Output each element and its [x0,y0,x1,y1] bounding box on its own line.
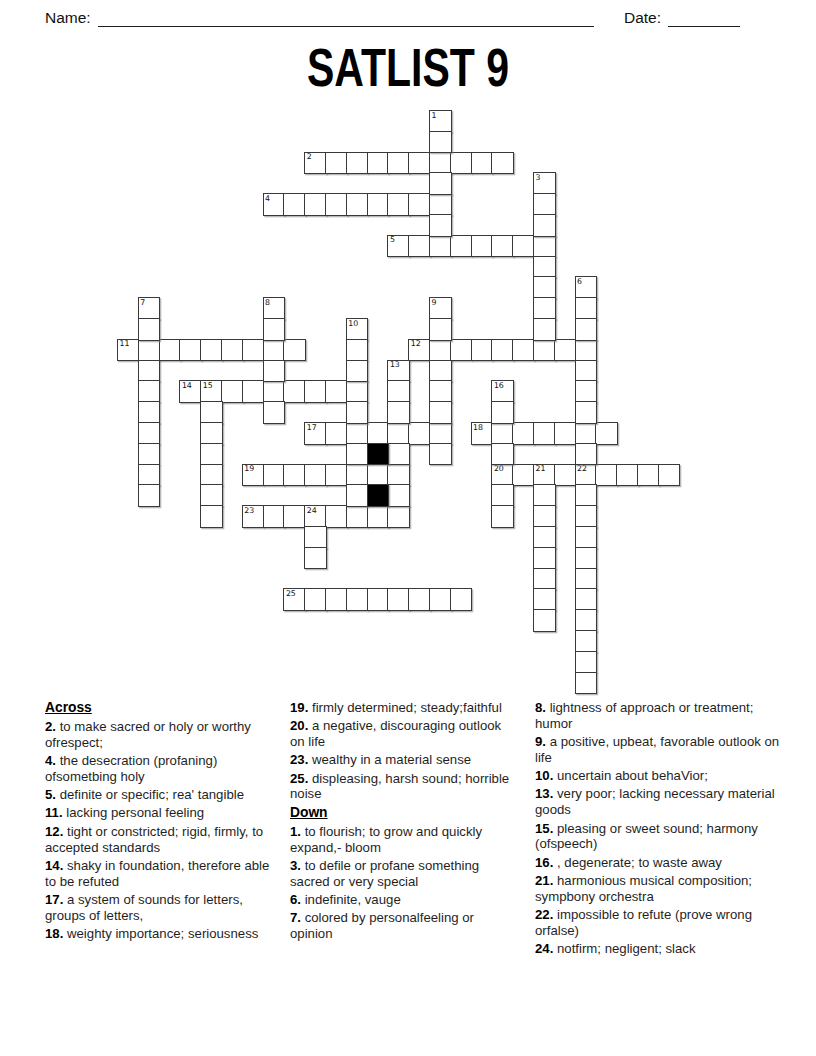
grid-cell[interactable] [491,339,514,362]
grid-cell[interactable]: 4 [263,193,286,216]
grid-cell[interactable] [533,318,556,341]
grid-cell[interactable] [346,588,369,611]
grid-cell[interactable] [595,422,618,445]
grid-cell[interactable] [575,484,598,507]
clue-17-across: 17. a system of sounds for letters, grou… [45,892,273,924]
grid-cell[interactable] [263,505,286,528]
grid-cell[interactable] [179,339,202,362]
grid-cell[interactable] [138,443,161,466]
grid-cell[interactable] [346,484,369,507]
grid-cell[interactable] [263,401,286,424]
grid-cell[interactable] [387,380,410,403]
grid-cell[interactable] [533,193,556,216]
grid-cell[interactable] [429,152,452,175]
grid-cell[interactable] [346,152,369,175]
grid-cell[interactable]: 2 [304,152,327,175]
grid-cell[interactable] [429,214,452,237]
grid-cell[interactable] [159,339,182,362]
grid-cell[interactable] [575,630,598,653]
grid-cell[interactable]: 23 [242,505,265,528]
grid-cell[interactable] [450,152,473,175]
grid-cell[interactable] [533,588,556,611]
grid-cell[interactable] [367,505,390,528]
clue-8-down: 8. lightness of approach or treatment; h… [535,700,791,732]
grid-cell[interactable] [200,505,223,528]
grid-cell[interactable] [491,484,514,507]
grid-cell[interactable]: 6 [575,276,598,299]
grid-cell[interactable] [200,422,223,445]
grid-cell[interactable] [387,193,410,216]
grid-cell[interactable] [429,131,452,154]
grid-cell[interactable] [325,380,348,403]
grid-cell[interactable]: 17 [304,422,327,445]
clue-23-across: 23. wealthy in a material sense [290,752,518,768]
grid-cell[interactable]: 22 [575,464,598,487]
name-label: Name: [45,9,91,27]
grid-cell[interactable] [491,152,514,175]
worksheet-page: Name: Date: SATLIST 9 245111214151718192… [0,0,816,1056]
clue-11-across: 11. lacking personal feeling [45,805,273,821]
grid-cell[interactable]: 15 [200,380,223,403]
grid-cell[interactable] [429,360,452,383]
grid-cell[interactable] [575,443,598,466]
grid-cell[interactable] [200,443,223,466]
clue-9-down: 9. a positive, upbeat, favorable outlook… [535,734,791,766]
grid-cell[interactable]: 5 [387,235,410,258]
grid-cell[interactable] [387,152,410,175]
grid-cell[interactable] [471,152,494,175]
grid-cell[interactable]: 3 [533,172,556,195]
grid-cell[interactable] [346,339,369,362]
cell-number: 18 [473,424,483,432]
grid-cell[interactable] [491,401,514,424]
grid-cell[interactable] [575,505,598,528]
cell-number: 10 [348,320,358,328]
puzzle-title: SATLIST 9 [73,36,742,99]
grid-cell[interactable] [533,526,556,549]
grid-cell[interactable]: 10 [346,318,369,341]
grid-cell[interactable] [471,235,494,258]
grid-cell[interactable] [533,235,556,258]
grid-cell[interactable] [533,422,556,445]
grid-cell[interactable] [304,193,327,216]
grid-cell[interactable]: 11 [117,339,140,362]
grid-cell[interactable] [346,505,369,528]
grid-cell[interactable] [387,422,410,445]
grid-cell[interactable] [283,339,306,362]
grid-cell[interactable] [367,464,390,487]
clue-7-down: 7. colored by personalfeeling or opinion [290,910,518,942]
grid-cell[interactable]: 16 [491,380,514,403]
grid-cell[interactable] [138,339,161,362]
grid-cell[interactable] [575,547,598,570]
grid-cell[interactable] [575,672,598,695]
grid-cell[interactable] [575,401,598,424]
clue-22-down: 22. impossible to refute (prove wrong or… [535,907,791,939]
grid-cell[interactable]: 12 [408,339,431,362]
grid-cell[interactable] [429,339,452,362]
grid-cell[interactable] [325,152,348,175]
grid-cell[interactable] [429,193,452,216]
grid-cell[interactable] [429,235,452,258]
grid-cell[interactable] [429,318,452,341]
cell-number: 20 [494,465,504,473]
grid-cell[interactable] [512,422,535,445]
grid-cell[interactable]: 18 [471,422,494,445]
down-heading: Down [290,805,518,821]
cell-number: 22 [577,465,587,473]
grid-cell[interactable] [367,193,390,216]
grid-cell[interactable] [429,172,452,195]
grid-cell[interactable]: 9 [429,297,452,320]
cell-number: 8 [265,299,270,307]
cell-number: 16 [494,382,504,390]
grid-cell[interactable] [304,588,327,611]
grid-cell[interactable]: 20 [491,464,514,487]
grid-cell[interactable] [658,464,681,487]
grid-cell[interactable]: 25 [283,588,306,611]
grid-cell[interactable] [408,422,431,445]
date-label: Date: [624,9,661,27]
grid-cell[interactable] [408,152,431,175]
black-cell [367,484,390,507]
grid-cell[interactable] [138,318,161,341]
cell-number: 4 [265,195,270,203]
cell-number: 5 [390,236,395,244]
clue-5-across: 5. definite or specific; rea' tangible [45,787,273,803]
cell-number: 15 [203,382,213,390]
grid-cell[interactable] [450,339,473,362]
grid-cell[interactable] [575,318,598,341]
grid-cell[interactable] [387,464,410,487]
grid-cell[interactable] [533,609,556,632]
grid-cell[interactable] [533,547,556,570]
clue-1-down: 1. to flourish; to grow and quickly expa… [290,824,518,856]
grid-cell[interactable] [283,380,306,403]
grid-cell[interactable] [575,651,598,674]
grid-cell[interactable] [283,505,306,528]
grid-cell[interactable] [200,401,223,424]
grid-cell[interactable] [346,422,369,445]
clues-column-1: Across2. to make sacred or holy or worth… [45,700,273,944]
cell-number: 25 [286,590,296,598]
grid-cell[interactable] [408,588,431,611]
grid-cell[interactable] [138,401,161,424]
grid-cell[interactable] [575,568,598,591]
grid-cell[interactable] [429,380,452,403]
cell-number: 1 [432,112,437,120]
cell-number: 17 [307,424,317,432]
cell-number: 7 [140,299,145,307]
grid-cell[interactable] [304,526,327,549]
grid-cell[interactable]: 24 [304,505,327,528]
clue-21-down: 21. harmonious musical composition; symp… [535,873,791,905]
grid-cell[interactable] [533,276,556,299]
grid-cell[interactable] [138,380,161,403]
grid-cell[interactable] [304,380,327,403]
clue-15-down: 15. pleasing or sweet sound; harmony (of… [535,821,791,853]
grid-cell[interactable] [304,464,327,487]
grid-cell[interactable] [242,339,265,362]
grid-cell[interactable] [575,360,598,383]
grid-cell[interactable]: 19 [242,464,265,487]
grid-cell[interactable] [491,443,514,466]
grid-cell[interactable] [450,588,473,611]
grid-cell[interactable] [450,235,473,258]
grid-cell[interactable] [304,547,327,570]
cell-number: 19 [244,465,254,473]
cell-number: 11 [120,340,130,348]
grid-cell[interactable] [200,339,223,362]
clue-25-across: 25. displeasing, harsh sound; horrible n… [290,771,518,803]
cell-number: 2 [307,153,312,161]
grid-cell[interactable] [533,214,556,237]
grid-cell[interactable] [325,464,348,487]
grid-cell[interactable] [367,422,390,445]
grid-cell[interactable] [325,588,348,611]
grid-cell[interactable] [533,568,556,591]
grid-cell[interactable] [533,256,556,279]
grid-cell[interactable] [491,505,514,528]
grid-cell[interactable] [200,464,223,487]
clue-14-across: 14. shaky in foundation, therefore able … [45,858,273,890]
grid-cell[interactable] [346,380,369,403]
clue-2-across: 2. to make sacred or holy or worthy ofre… [45,719,273,751]
grid-cell[interactable] [263,464,286,487]
grid-cell[interactable] [512,339,535,362]
grid-cell[interactable] [429,422,452,445]
grid-cell[interactable] [595,464,618,487]
clue-4-across: 4. the desecration (profaning) ofsometbi… [45,753,273,785]
grid-cell[interactable] [575,339,598,362]
grid-cell[interactable] [200,484,223,507]
grid-cell[interactable] [367,588,390,611]
clue-3-down: 3. to defile or profane something sacred… [290,858,518,890]
grid-cell[interactable]: 8 [263,297,286,320]
grid-cell[interactable] [138,422,161,445]
across-heading: Across [45,700,273,716]
clues-column-2: 19. firmly determined; steady;faithful20… [290,700,518,944]
clues-section: Across2. to make sacred or holy or worth… [45,700,805,959]
grid-cell[interactable] [512,235,535,258]
black-cell [367,443,390,466]
date-blank-line [668,11,740,27]
cell-number: 6 [577,278,582,286]
clue-16-down: 16. , degenerate; to waste away [535,855,791,871]
grid-cell[interactable] [387,443,410,466]
grid-cell[interactable] [387,484,410,507]
grid-cell[interactable] [346,193,369,216]
grid-cell[interactable] [325,422,348,445]
grid-cell[interactable] [491,422,514,445]
grid-cell[interactable] [367,152,390,175]
grid-cell[interactable] [554,339,577,362]
grid-cell[interactable] [408,193,431,216]
grid-cell[interactable] [575,297,598,320]
grid-cell[interactable] [346,464,369,487]
clue-12-across: 12. tight or constricted; rigid, firmly,… [45,824,273,856]
grid-cell[interactable]: 7 [138,297,161,320]
grid-cell[interactable] [221,380,244,403]
clue-20-across: 20. a negative, discouraging outlook on … [290,718,518,750]
grid-cell[interactable] [637,464,660,487]
grid-cell[interactable]: 13 [387,360,410,383]
grid-cell[interactable] [263,339,286,362]
grid-cell[interactable] [575,422,598,445]
grid-cell[interactable] [263,318,286,341]
clue-13-down: 13. very poor; lacking necessary materia… [535,786,791,818]
clue-18-across: 18. weighty importance; seriousness [45,926,273,942]
grid-cell[interactable] [575,526,598,549]
grid-cell[interactable] [283,193,306,216]
grid-cell[interactable] [429,401,452,424]
grid-cell[interactable] [242,380,265,403]
clue-10-down: 10. uncertain about behaVior; [535,768,791,784]
grid-cell[interactable] [325,505,348,528]
grid-cell[interactable] [533,339,556,362]
clue-24-down: 24. notfirm; negligent; slack [535,941,791,957]
header: Name: Date: [45,5,740,27]
cell-number: 23 [244,507,254,515]
crossword-grid: 2451112141517181920212223242513678910131… [117,110,683,696]
clues-column-3: 8. lightness of approach or treatment; h… [535,700,791,959]
grid-cell[interactable] [533,505,556,528]
cell-number: 12 [411,340,421,348]
clue-6-down: 6. indefinite, vauge [290,892,518,908]
grid-cell[interactable] [616,464,639,487]
grid-cell[interactable] [138,484,161,507]
grid-cell[interactable] [471,339,494,362]
grid-cell[interactable] [387,588,410,611]
grid-cell[interactable] [387,401,410,424]
cell-number: 13 [390,361,400,369]
grid-cell[interactable] [575,588,598,611]
grid-cell[interactable] [263,360,286,383]
grid-cell[interactable] [554,422,577,445]
grid-cell[interactable] [408,235,431,258]
name-blank-line [98,11,594,27]
grid-cell[interactable] [283,464,306,487]
grid-cell[interactable] [387,505,410,528]
grid-cell[interactable]: 14 [179,380,202,403]
grid-cell[interactable] [221,339,244,362]
grid-cell[interactable] [575,609,598,632]
grid-cell[interactable] [512,464,535,487]
grid-cell[interactable] [575,380,598,403]
grid-cell[interactable] [554,464,577,487]
grid-cell[interactable] [263,380,286,403]
grid-cell[interactable] [346,401,369,424]
grid-cell[interactable] [429,588,452,611]
grid-cell[interactable] [491,235,514,258]
grid-cell[interactable] [138,464,161,487]
cell-number: 3 [536,174,541,182]
grid-cell[interactable]: 1 [429,110,452,133]
grid-cell[interactable] [533,297,556,320]
grid-cell[interactable]: 21 [533,464,556,487]
grid-cell[interactable] [346,360,369,383]
clue-19-across: 19. firmly determined; steady;faithful [290,700,518,716]
grid-cell[interactable] [138,360,161,383]
grid-cell[interactable] [533,484,556,507]
cell-number: 21 [536,465,546,473]
grid-cell[interactable] [346,443,369,466]
cell-number: 14 [182,382,192,390]
grid-cell[interactable] [429,443,452,466]
cell-number: 24 [307,507,317,515]
cell-number: 9 [432,299,437,307]
grid-cell[interactable] [325,193,348,216]
